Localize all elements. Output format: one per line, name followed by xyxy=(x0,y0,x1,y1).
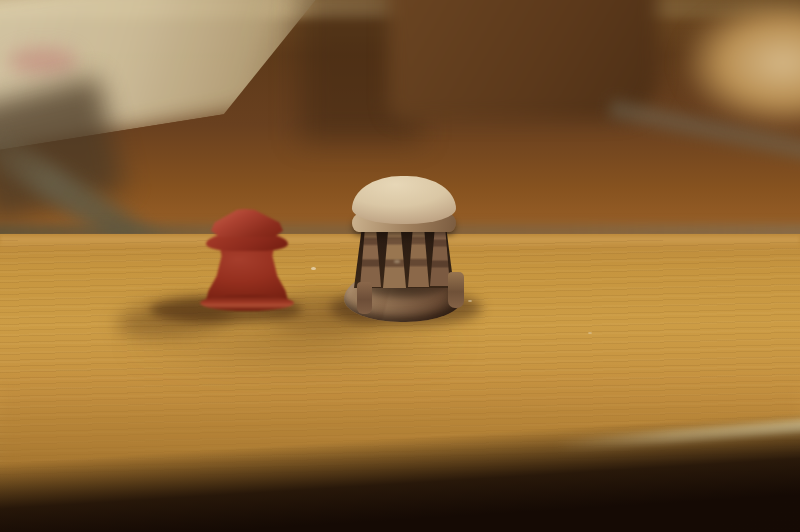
carved-pawn-cage xyxy=(354,226,454,288)
dust-speck xyxy=(588,332,592,334)
dust-speck xyxy=(311,267,316,270)
red-pawn xyxy=(197,209,297,311)
pink-smudge-blur xyxy=(8,48,78,74)
red-pawn-base xyxy=(200,295,294,311)
carved-pawn xyxy=(344,176,464,322)
carved-pawn-side-column-left xyxy=(357,282,372,314)
dust-speck xyxy=(468,300,472,302)
dust-speck xyxy=(394,260,400,263)
photo-scene xyxy=(0,0,800,532)
carved-pawn-side-column-right xyxy=(448,272,464,308)
red-pawn-cap xyxy=(211,209,283,237)
carved-pawn-dome xyxy=(352,176,456,224)
